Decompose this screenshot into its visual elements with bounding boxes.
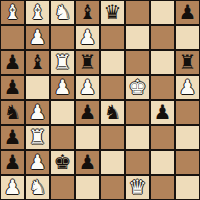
chess-board: ♝♝♞♝♛♟♟♟♟♝♜♜♜♟♟♟♚♟♞♟♟♞♟♟♜♟♟♚♟♟♞♛ <box>0 0 200 200</box>
square-a7[interactable] <box>1 26 24 49</box>
square-g3[interactable] <box>151 126 174 149</box>
white-pawn-piece: ♟ <box>26 101 49 124</box>
black-bishop-piece: ♝ <box>26 51 49 74</box>
white-rook-piece: ♜ <box>51 51 74 74</box>
square-g8[interactable] <box>151 1 174 24</box>
square-b4[interactable]: ♟ <box>26 101 49 124</box>
white-king-piece: ♚ <box>126 76 149 99</box>
black-pawn-piece: ♟ <box>176 1 199 24</box>
square-c8[interactable]: ♞ <box>51 1 74 24</box>
square-f4[interactable] <box>126 101 149 124</box>
white-pawn-piece: ♟ <box>76 26 99 49</box>
black-pawn-piece: ♟ <box>1 126 24 149</box>
square-b5[interactable] <box>26 76 49 99</box>
square-c3[interactable] <box>51 126 74 149</box>
square-f7[interactable] <box>126 26 149 49</box>
square-h6[interactable]: ♜ <box>176 51 199 74</box>
square-c4[interactable] <box>51 101 74 124</box>
square-a3[interactable]: ♟ <box>1 126 24 149</box>
black-knight-piece: ♞ <box>101 101 124 124</box>
square-g7[interactable] <box>151 26 174 49</box>
square-e6[interactable] <box>101 51 124 74</box>
square-b8[interactable]: ♝ <box>26 1 49 24</box>
white-queen-piece: ♛ <box>126 176 149 199</box>
white-pawn-piece: ♟ <box>76 76 99 99</box>
square-d2[interactable]: ♟ <box>76 151 99 174</box>
square-f3[interactable] <box>126 126 149 149</box>
square-f6[interactable] <box>126 51 149 74</box>
black-pawn-piece: ♟ <box>151 101 174 124</box>
square-h8[interactable]: ♟ <box>176 1 199 24</box>
square-f8[interactable] <box>126 1 149 24</box>
square-c7[interactable] <box>51 26 74 49</box>
square-c6[interactable]: ♜ <box>51 51 74 74</box>
square-h2[interactable] <box>176 151 199 174</box>
square-a8[interactable]: ♝ <box>1 1 24 24</box>
square-d6[interactable]: ♜ <box>76 51 99 74</box>
square-g4[interactable]: ♟ <box>151 101 174 124</box>
black-pawn-piece: ♟ <box>76 101 99 124</box>
square-f5[interactable]: ♚ <box>126 76 149 99</box>
black-king-piece: ♚ <box>51 151 74 174</box>
square-f1[interactable]: ♛ <box>126 176 149 199</box>
square-b1[interactable]: ♞ <box>26 176 49 199</box>
square-a1[interactable]: ♟ <box>1 176 24 199</box>
square-h7[interactable] <box>176 26 199 49</box>
square-d5[interactable]: ♟ <box>76 76 99 99</box>
black-pawn-piece: ♟ <box>1 76 24 99</box>
black-pawn-piece: ♟ <box>1 51 24 74</box>
white-pawn-piece: ♟ <box>51 76 74 99</box>
square-h4[interactable] <box>176 101 199 124</box>
white-knight-piece: ♞ <box>51 1 74 24</box>
square-e4[interactable]: ♞ <box>101 101 124 124</box>
square-g6[interactable] <box>151 51 174 74</box>
square-a2[interactable]: ♟ <box>1 151 24 174</box>
square-e7[interactable] <box>101 26 124 49</box>
square-e2[interactable] <box>101 151 124 174</box>
square-h1[interactable] <box>176 176 199 199</box>
black-pawn-piece: ♟ <box>76 151 99 174</box>
square-d7[interactable]: ♟ <box>76 26 99 49</box>
square-e5[interactable] <box>101 76 124 99</box>
black-bishop-piece: ♝ <box>76 1 99 24</box>
square-h3[interactable] <box>176 126 199 149</box>
white-bishop-piece: ♝ <box>26 1 49 24</box>
square-a5[interactable]: ♟ <box>1 76 24 99</box>
square-f2[interactable] <box>126 151 149 174</box>
square-g1[interactable] <box>151 176 174 199</box>
white-rook-piece: ♜ <box>26 126 49 149</box>
black-knight-piece: ♞ <box>1 101 24 124</box>
white-pawn-piece: ♟ <box>1 176 24 199</box>
white-pawn-piece: ♟ <box>176 76 199 99</box>
white-pawn-piece: ♟ <box>26 26 49 49</box>
square-b6[interactable]: ♝ <box>26 51 49 74</box>
square-e3[interactable] <box>101 126 124 149</box>
square-d4[interactable]: ♟ <box>76 101 99 124</box>
square-d8[interactable]: ♝ <box>76 1 99 24</box>
square-b2[interactable]: ♟ <box>26 151 49 174</box>
square-e8[interactable]: ♛ <box>101 1 124 24</box>
black-rook-piece: ♜ <box>76 51 99 74</box>
square-c5[interactable]: ♟ <box>51 76 74 99</box>
square-g2[interactable] <box>151 151 174 174</box>
black-rook-piece: ♜ <box>176 51 199 74</box>
white-knight-piece: ♞ <box>26 176 49 199</box>
white-pawn-piece: ♟ <box>26 151 49 174</box>
square-b3[interactable]: ♜ <box>26 126 49 149</box>
square-a4[interactable]: ♞ <box>1 101 24 124</box>
black-queen-piece: ♛ <box>101 1 124 24</box>
square-e1[interactable] <box>101 176 124 199</box>
square-d1[interactable] <box>76 176 99 199</box>
square-a6[interactable]: ♟ <box>1 51 24 74</box>
square-c1[interactable] <box>51 176 74 199</box>
square-d3[interactable] <box>76 126 99 149</box>
square-b7[interactable]: ♟ <box>26 26 49 49</box>
square-h5[interactable]: ♟ <box>176 76 199 99</box>
black-pawn-piece: ♟ <box>1 151 24 174</box>
square-g5[interactable] <box>151 76 174 99</box>
square-c2[interactable]: ♚ <box>51 151 74 174</box>
white-bishop-piece: ♝ <box>1 1 24 24</box>
